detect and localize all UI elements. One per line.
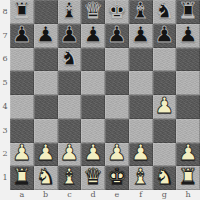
piece-black-pawn[interactable]: ♟	[178, 24, 198, 46]
square-f5[interactable]	[129, 71, 153, 95]
square-a4[interactable]	[10, 95, 34, 119]
file-label-a: a	[10, 190, 34, 200]
square-b5[interactable]	[34, 71, 58, 95]
piece-white-bishop[interactable]: ♝	[60, 166, 80, 188]
square-c7[interactable]: ♟	[58, 24, 82, 48]
square-b1[interactable]: ♞	[34, 166, 58, 190]
square-e4[interactable]	[105, 95, 129, 119]
square-e3[interactable]	[105, 119, 129, 143]
file-label-h: h	[176, 190, 200, 200]
square-f7[interactable]: ♟	[129, 24, 153, 48]
piece-white-pawn[interactable]: ♟	[60, 142, 80, 164]
piece-white-pawn[interactable]: ♟	[107, 142, 127, 164]
square-h8[interactable]: ♜	[176, 0, 200, 24]
piece-black-pawn[interactable]: ♟	[83, 24, 103, 46]
square-c3[interactable]	[58, 119, 82, 143]
square-d7[interactable]: ♟	[81, 24, 105, 48]
piece-black-knight[interactable]: ♞	[155, 0, 175, 22]
square-f6[interactable]	[129, 48, 153, 72]
square-h7[interactable]: ♟	[176, 24, 200, 48]
piece-white-knight[interactable]: ♞	[155, 166, 175, 188]
square-b7[interactable]: ♟	[34, 24, 58, 48]
square-a1[interactable]: ♜	[10, 166, 34, 190]
piece-white-bishop[interactable]: ♝	[131, 166, 151, 188]
square-c4[interactable]	[58, 95, 82, 119]
square-c5[interactable]	[58, 71, 82, 95]
piece-black-rook[interactable]: ♜	[12, 0, 32, 22]
piece-white-pawn[interactable]: ♟	[83, 142, 103, 164]
file-label-b: b	[34, 190, 58, 200]
square-g2[interactable]	[153, 143, 177, 167]
square-a5[interactable]	[10, 71, 34, 95]
piece-black-bishop[interactable]: ♝	[131, 0, 151, 22]
square-f8[interactable]: ♝	[129, 0, 153, 24]
square-e6[interactable]	[105, 48, 129, 72]
piece-white-knight[interactable]: ♞	[36, 166, 56, 188]
square-f2[interactable]: ♟	[129, 143, 153, 167]
square-a7[interactable]: ♟	[10, 24, 34, 48]
square-g3[interactable]	[153, 119, 177, 143]
file-labels: abcdefgh	[10, 190, 200, 200]
rank-label-2: 2	[0, 143, 10, 167]
piece-white-pawn[interactable]: ♟	[155, 95, 175, 117]
square-g8[interactable]: ♞	[153, 0, 177, 24]
square-e5[interactable]	[105, 71, 129, 95]
rank-label-4: 4	[0, 95, 10, 119]
square-d2[interactable]: ♟	[81, 143, 105, 167]
square-g5[interactable]	[153, 71, 177, 95]
file-label-c: c	[58, 190, 82, 200]
piece-black-king[interactable]: ♚	[107, 0, 127, 22]
piece-white-pawn[interactable]: ♟	[178, 142, 198, 164]
piece-black-pawn[interactable]: ♟	[155, 24, 175, 46]
piece-white-pawn[interactable]: ♟	[12, 142, 32, 164]
square-a2[interactable]: ♟	[10, 143, 34, 167]
square-c6[interactable]: ♞	[58, 48, 82, 72]
square-c1[interactable]: ♝	[58, 166, 82, 190]
square-h1[interactable]: ♜	[176, 166, 200, 190]
square-g7[interactable]: ♟	[153, 24, 177, 48]
piece-black-bishop[interactable]: ♝	[60, 0, 80, 22]
chess-board: ♜♝♛♚♝♞♜♟♟♟♟♟♟♟♟♞♟♟♟♟♟♟♟♟♜♞♝♛♚♝♞♜	[10, 0, 200, 190]
square-b4[interactable]	[34, 95, 58, 119]
piece-black-pawn[interactable]: ♟	[60, 24, 80, 46]
square-b8[interactable]	[34, 0, 58, 24]
square-f3[interactable]	[129, 119, 153, 143]
square-e8[interactable]: ♚	[105, 0, 129, 24]
square-d1[interactable]: ♛	[81, 166, 105, 190]
square-d8[interactable]: ♛	[81, 0, 105, 24]
square-b6[interactable]	[34, 48, 58, 72]
square-b2[interactable]: ♟	[34, 143, 58, 167]
file-label-f: f	[129, 190, 153, 200]
piece-black-rook[interactable]: ♜	[178, 0, 198, 22]
piece-white-king[interactable]: ♚	[107, 166, 127, 188]
square-e2[interactable]: ♟	[105, 143, 129, 167]
rank-label-1: 1	[0, 166, 10, 190]
rank-labels: 87654321	[0, 0, 10, 190]
piece-white-pawn[interactable]: ♟	[131, 142, 151, 164]
square-d6[interactable]	[81, 48, 105, 72]
square-h2[interactable]: ♟	[176, 143, 200, 167]
square-g4[interactable]: ♟	[153, 95, 177, 119]
piece-white-queen[interactable]: ♛	[83, 166, 103, 188]
square-a3[interactable]	[10, 119, 34, 143]
rank-label-7: 7	[0, 24, 10, 48]
square-c8[interactable]: ♝	[58, 0, 82, 24]
rank-label-5: 5	[0, 71, 10, 95]
rank-label-8: 8	[0, 0, 10, 24]
rank-label-3: 3	[0, 119, 10, 143]
square-a6[interactable]	[10, 48, 34, 72]
square-a8[interactable]: ♜	[10, 0, 34, 24]
square-e7[interactable]: ♟	[105, 24, 129, 48]
piece-black-queen[interactable]: ♛	[83, 0, 103, 22]
square-h5[interactable]	[176, 71, 200, 95]
square-h6[interactable]	[176, 48, 200, 72]
square-g6[interactable]	[153, 48, 177, 72]
piece-black-pawn[interactable]: ♟	[12, 24, 32, 46]
file-label-e: e	[105, 190, 129, 200]
square-f4[interactable]	[129, 95, 153, 119]
piece-black-knight[interactable]: ♞	[60, 47, 80, 69]
square-b3[interactable]	[34, 119, 58, 143]
square-g1[interactable]: ♞	[153, 166, 177, 190]
piece-white-rook[interactable]: ♜	[12, 166, 32, 188]
piece-black-pawn[interactable]: ♟	[107, 24, 127, 46]
rank-label-6: 6	[0, 48, 10, 72]
piece-white-pawn[interactable]: ♟	[36, 142, 56, 164]
square-d4[interactable]	[81, 95, 105, 119]
square-h3[interactable]	[176, 119, 200, 143]
chess-board-widget: 87654321 ♜♝♛♚♝♞♜♟♟♟♟♟♟♟♟♞♟♟♟♟♟♟♟♟♜♞♝♛♚♝♞…	[0, 0, 200, 200]
square-e1[interactable]: ♚	[105, 166, 129, 190]
gutter-corner	[0, 190, 10, 200]
square-h4[interactable]	[176, 95, 200, 119]
square-d5[interactable]	[81, 71, 105, 95]
file-label-g: g	[153, 190, 177, 200]
square-d3[interactable]	[81, 119, 105, 143]
square-f1[interactable]: ♝	[129, 166, 153, 190]
square-c2[interactable]: ♟	[58, 143, 82, 167]
piece-black-pawn[interactable]: ♟	[36, 24, 56, 46]
piece-white-rook[interactable]: ♜	[178, 166, 198, 188]
file-label-d: d	[81, 190, 105, 200]
piece-black-pawn[interactable]: ♟	[131, 24, 151, 46]
